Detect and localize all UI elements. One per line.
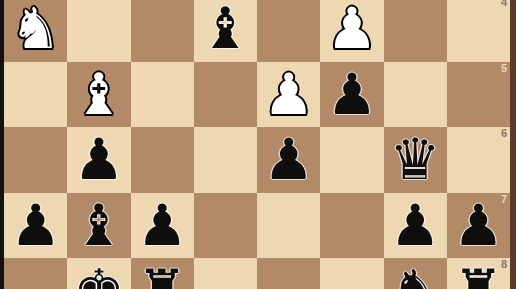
square-h8[interactable] [4, 258, 67, 289]
piece-black-rook-f8: ♜ [137, 262, 188, 289]
chess-board: ♞♝♟4♝♟♟5♟♟♛6♟♝♟♟7♟♚♜♞8♜ [4, 0, 510, 289]
square-f6[interactable] [131, 127, 194, 193]
square-a6[interactable]: 6 [447, 127, 510, 193]
rank-label-6: 6 [501, 128, 507, 139]
piece-black-pawn-h7: ♟ [10, 197, 61, 254]
square-c7[interactable] [320, 193, 383, 259]
piece-white-pawn-c4: ♟ [326, 0, 377, 57]
piece-black-bishop-g7: ♝ [73, 197, 124, 254]
square-c8[interactable] [320, 258, 383, 289]
square-d8[interactable] [257, 258, 320, 289]
square-b7[interactable]: ♟ [384, 193, 447, 259]
square-a7[interactable]: 7♟ [447, 193, 510, 259]
square-e7[interactable] [194, 193, 257, 259]
square-g7[interactable]: ♝ [67, 193, 130, 259]
rank-label-4: 4 [501, 0, 507, 8]
square-b5[interactable] [384, 62, 447, 128]
right-edge-bar [510, 0, 516, 289]
rank-label-8: 8 [501, 259, 507, 270]
square-b6[interactable]: ♛ [384, 127, 447, 193]
piece-white-knight-h4: ♞ [10, 0, 61, 57]
square-a5[interactable]: 5 [447, 62, 510, 128]
square-h7[interactable]: ♟ [4, 193, 67, 259]
square-f4[interactable] [131, 0, 194, 62]
square-a8[interactable]: 8♜ [447, 258, 510, 289]
rank-label-5: 5 [501, 63, 507, 74]
piece-black-king-g8: ♚ [73, 262, 124, 289]
piece-black-pawn-a7: ♟ [453, 197, 504, 254]
piece-black-bishop-e4: ♝ [200, 0, 251, 57]
piece-black-queen-b6: ♛ [390, 131, 441, 188]
square-f8[interactable]: ♜ [131, 258, 194, 289]
square-h4[interactable]: ♞ [4, 0, 67, 62]
left-letterbox-bar [0, 0, 4, 289]
piece-black-rook-a8: ♜ [453, 262, 504, 289]
square-e8[interactable] [194, 258, 257, 289]
square-g4[interactable] [67, 0, 130, 62]
square-b4[interactable] [384, 0, 447, 62]
square-g5[interactable]: ♝ [67, 62, 130, 128]
square-b8[interactable]: ♞ [384, 258, 447, 289]
square-e5[interactable] [194, 62, 257, 128]
square-d4[interactable] [257, 0, 320, 62]
square-c4[interactable]: ♟ [320, 0, 383, 62]
square-f5[interactable] [131, 62, 194, 128]
square-c5[interactable]: ♟ [320, 62, 383, 128]
square-d7[interactable] [257, 193, 320, 259]
square-c6[interactable] [320, 127, 383, 193]
piece-black-pawn-c5: ♟ [326, 66, 377, 123]
piece-black-pawn-d6: ♟ [263, 131, 314, 188]
chessboard-viewport: ♞♝♟4♝♟♟5♟♟♛6♟♝♟♟7♟♚♜♞8♜ [0, 0, 516, 289]
piece-black-pawn-b7: ♟ [390, 197, 441, 254]
square-g6[interactable]: ♟ [67, 127, 130, 193]
square-e4[interactable]: ♝ [194, 0, 257, 62]
piece-black-pawn-g6: ♟ [73, 131, 124, 188]
piece-white-bishop-g5: ♝ [73, 66, 124, 123]
square-a4[interactable]: 4 [447, 0, 510, 62]
square-g8[interactable]: ♚ [67, 258, 130, 289]
square-d6[interactable]: ♟ [257, 127, 320, 193]
square-h5[interactable] [4, 62, 67, 128]
rank-label-7: 7 [501, 194, 507, 205]
square-h6[interactable] [4, 127, 67, 193]
square-e6[interactable] [194, 127, 257, 193]
square-f7[interactable]: ♟ [131, 193, 194, 259]
piece-black-knight-b8: ♞ [390, 262, 441, 289]
piece-black-pawn-f7: ♟ [137, 197, 188, 254]
piece-white-pawn-d5: ♟ [263, 66, 314, 123]
square-d5[interactable]: ♟ [257, 62, 320, 128]
